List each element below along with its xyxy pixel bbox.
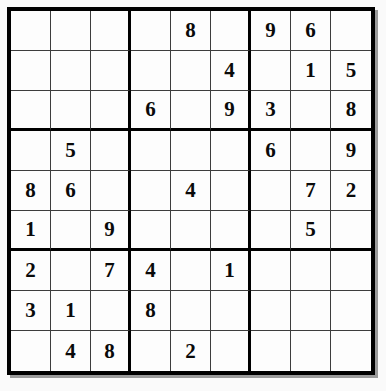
cell-r7c8[interactable] bbox=[291, 251, 331, 291]
cell-r5c1[interactable]: 8 bbox=[11, 171, 51, 211]
cell-r5c2[interactable]: 6 bbox=[51, 171, 91, 211]
cell-r8c5[interactable] bbox=[171, 291, 211, 331]
cell-r4c8[interactable] bbox=[291, 131, 331, 171]
cell-r5c9[interactable]: 2 bbox=[331, 171, 371, 211]
cell-r8c7[interactable] bbox=[251, 291, 291, 331]
cell-r7c3[interactable]: 7 bbox=[91, 251, 131, 291]
cell-r7c5[interactable] bbox=[171, 251, 211, 291]
cell-r8c1[interactable]: 3 bbox=[11, 291, 51, 331]
cell-r6c2[interactable] bbox=[51, 211, 91, 251]
cell-r3c1[interactable] bbox=[11, 91, 51, 131]
cell-r3c8[interactable] bbox=[291, 91, 331, 131]
cell-r6c9[interactable] bbox=[331, 211, 371, 251]
cell-r3c6[interactable]: 9 bbox=[211, 91, 251, 131]
cell-r7c7[interactable] bbox=[251, 251, 291, 291]
cell-r5c7[interactable] bbox=[251, 171, 291, 211]
cell-r6c6[interactable] bbox=[211, 211, 251, 251]
cell-r1c2[interactable] bbox=[51, 11, 91, 51]
cell-r4c1[interactable] bbox=[11, 131, 51, 171]
cell-r6c8[interactable]: 5 bbox=[291, 211, 331, 251]
cell-r3c4[interactable]: 6 bbox=[131, 91, 171, 131]
cell-r8c2[interactable]: 1 bbox=[51, 291, 91, 331]
cell-r6c4[interactable] bbox=[131, 211, 171, 251]
cell-r1c4[interactable] bbox=[131, 11, 171, 51]
cell-r8c6[interactable] bbox=[211, 291, 251, 331]
cell-r7c9[interactable] bbox=[331, 251, 371, 291]
cell-r1c1[interactable] bbox=[11, 11, 51, 51]
cell-r8c8[interactable] bbox=[291, 291, 331, 331]
cell-r8c3[interactable] bbox=[91, 291, 131, 331]
cell-r9c4[interactable] bbox=[131, 331, 171, 371]
cell-r9c8[interactable] bbox=[291, 331, 331, 371]
cell-r6c1[interactable]: 1 bbox=[11, 211, 51, 251]
cell-r7c4[interactable]: 4 bbox=[131, 251, 171, 291]
cell-r2c1[interactable] bbox=[11, 51, 51, 91]
cell-r1c9[interactable] bbox=[331, 11, 371, 51]
cell-r3c5[interactable] bbox=[171, 91, 211, 131]
cell-r9c1[interactable] bbox=[11, 331, 51, 371]
cell-r9c2[interactable]: 4 bbox=[51, 331, 91, 371]
cell-r2c5[interactable] bbox=[171, 51, 211, 91]
cell-r9c7[interactable] bbox=[251, 331, 291, 371]
sudoku-board: 8964156938569864721952741318482 bbox=[7, 7, 375, 375]
cell-r9c6[interactable] bbox=[211, 331, 251, 371]
cell-r7c1[interactable]: 2 bbox=[11, 251, 51, 291]
cell-r8c4[interactable]: 8 bbox=[131, 291, 171, 331]
cell-r1c6[interactable] bbox=[211, 11, 251, 51]
cell-r4c5[interactable] bbox=[171, 131, 211, 171]
cell-r5c8[interactable]: 7 bbox=[291, 171, 331, 211]
cell-r2c9[interactable]: 5 bbox=[331, 51, 371, 91]
cell-r3c9[interactable]: 8 bbox=[331, 91, 371, 131]
cell-r7c6[interactable]: 1 bbox=[211, 251, 251, 291]
cell-r1c3[interactable] bbox=[91, 11, 131, 51]
cell-r1c7[interactable]: 9 bbox=[251, 11, 291, 51]
cell-r8c9[interactable] bbox=[331, 291, 371, 331]
cell-r4c7[interactable]: 6 bbox=[251, 131, 291, 171]
cell-r5c3[interactable] bbox=[91, 171, 131, 211]
cell-r1c5[interactable]: 8 bbox=[171, 11, 211, 51]
cell-r5c5[interactable]: 4 bbox=[171, 171, 211, 211]
cell-r5c4[interactable] bbox=[131, 171, 171, 211]
cell-r4c6[interactable] bbox=[211, 131, 251, 171]
cell-r4c2[interactable]: 5 bbox=[51, 131, 91, 171]
cell-r9c9[interactable] bbox=[331, 331, 371, 371]
cell-r2c6[interactable]: 4 bbox=[211, 51, 251, 91]
cell-r1c8[interactable]: 6 bbox=[291, 11, 331, 51]
cell-r6c7[interactable] bbox=[251, 211, 291, 251]
cell-r2c3[interactable] bbox=[91, 51, 131, 91]
cell-r3c2[interactable] bbox=[51, 91, 91, 131]
cell-r3c7[interactable]: 3 bbox=[251, 91, 291, 131]
cell-r6c3[interactable]: 9 bbox=[91, 211, 131, 251]
cell-r4c3[interactable] bbox=[91, 131, 131, 171]
cell-r4c9[interactable]: 9 bbox=[331, 131, 371, 171]
cell-r2c2[interactable] bbox=[51, 51, 91, 91]
cell-r4c4[interactable] bbox=[131, 131, 171, 171]
cell-r5c6[interactable] bbox=[211, 171, 251, 211]
cell-r2c4[interactable] bbox=[131, 51, 171, 91]
cell-r9c3[interactable]: 8 bbox=[91, 331, 131, 371]
cell-r9c5[interactable]: 2 bbox=[171, 331, 211, 371]
cell-r7c2[interactable] bbox=[51, 251, 91, 291]
cell-r2c7[interactable] bbox=[251, 51, 291, 91]
cell-r3c3[interactable] bbox=[91, 91, 131, 131]
cell-r6c5[interactable] bbox=[171, 211, 211, 251]
board-wrap: 8964156938569864721952741318482 bbox=[7, 7, 375, 375]
cell-r2c8[interactable]: 1 bbox=[291, 51, 331, 91]
